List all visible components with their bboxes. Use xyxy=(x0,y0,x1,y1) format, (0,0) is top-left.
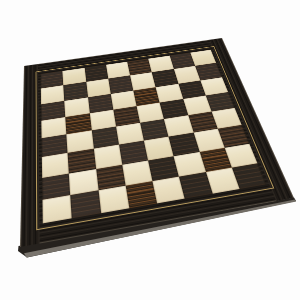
board-square-c1 xyxy=(98,185,129,213)
board-square-b1 xyxy=(70,190,100,218)
photo-wrapper xyxy=(0,0,300,300)
chessboard-product-photo xyxy=(0,0,300,300)
chessboard xyxy=(20,38,294,247)
